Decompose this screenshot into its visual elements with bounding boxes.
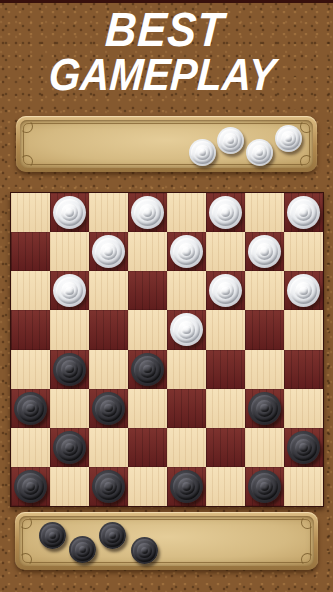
white-man-glyph: ⛀ — [299, 208, 308, 217]
white-man-glyph: ⛀ — [199, 149, 206, 156]
board-square[interactable] — [11, 310, 50, 349]
board-square[interactable] — [128, 467, 167, 506]
board-square[interactable] — [206, 350, 245, 389]
white-man[interactable]: ⛀ — [287, 274, 320, 307]
white-man[interactable]: ⛀ — [131, 196, 164, 229]
board-square[interactable] — [167, 271, 206, 310]
board-square[interactable]: ⛂ — [89, 389, 128, 428]
board-square[interactable]: ⛂ — [167, 467, 206, 506]
board-square[interactable] — [128, 310, 167, 349]
white-man-glyph: ⛀ — [182, 247, 191, 256]
white-man-glyph: ⛀ — [104, 247, 113, 256]
board-square[interactable] — [128, 232, 167, 271]
white-man-glyph: ⛀ — [285, 135, 292, 142]
black-man-glyph: ⛂ — [260, 482, 269, 491]
board-square[interactable]: ⛂ — [284, 428, 323, 467]
white-man[interactable]: ⛀ — [53, 196, 86, 229]
board-square[interactable] — [89, 193, 128, 232]
board-square[interactable]: ⛀ — [206, 271, 245, 310]
board-square[interactable] — [245, 310, 284, 349]
app-background: BEST GAMEPLAY ⛀⛀⛀⛀ ⛀⛀⛀⛀⛀⛀⛀⛀⛀⛀⛀⛂⛂⛂⛂⛂⛂⛂⛂⛂⛂… — [0, 0, 333, 592]
board-square[interactable]: ⛀ — [245, 232, 284, 271]
board-square[interactable] — [284, 389, 323, 428]
board-square[interactable]: ⛀ — [284, 271, 323, 310]
top-tray: ⛀⛀⛀⛀ — [16, 116, 317, 172]
board-square[interactable]: ⛀ — [128, 193, 167, 232]
board-square[interactable] — [50, 467, 89, 506]
board-square[interactable] — [11, 271, 50, 310]
black-man[interactable]: ⛂ — [131, 353, 164, 386]
white-man-glyph: ⛀ — [227, 137, 234, 144]
board-square[interactable] — [206, 310, 245, 349]
white-man[interactable]: ⛀ — [53, 274, 86, 307]
board-square[interactable]: ⛂ — [50, 350, 89, 389]
black-man[interactable]: ⛂ — [248, 392, 281, 425]
board-square[interactable] — [206, 389, 245, 428]
white-man[interactable]: ⛀ — [170, 313, 203, 346]
board-square[interactable]: ⛀ — [50, 193, 89, 232]
board-square[interactable] — [206, 428, 245, 467]
board-square[interactable] — [128, 271, 167, 310]
black-man: ⛂ — [131, 537, 158, 564]
board-square[interactable] — [128, 389, 167, 428]
white-man: ⛀ — [189, 139, 216, 166]
title-line-1: BEST — [14, 6, 317, 53]
white-man[interactable]: ⛀ — [287, 196, 320, 229]
black-man-glyph: ⛂ — [182, 482, 191, 491]
board-square[interactable] — [50, 389, 89, 428]
white-man-glyph: ⛀ — [65, 287, 74, 296]
board-square[interactable] — [167, 389, 206, 428]
white-man: ⛀ — [246, 139, 273, 166]
black-man[interactable]: ⛂ — [92, 470, 125, 503]
black-man[interactable]: ⛂ — [170, 470, 203, 503]
board-square[interactable] — [245, 193, 284, 232]
board-square[interactable] — [11, 428, 50, 467]
board-square[interactable] — [89, 271, 128, 310]
board-square[interactable] — [245, 350, 284, 389]
black-man-glyph: ⛂ — [49, 532, 56, 539]
board-square[interactable]: ⛀ — [89, 232, 128, 271]
black-man: ⛂ — [39, 522, 66, 549]
board-square[interactable] — [11, 193, 50, 232]
board-square[interactable]: ⛂ — [11, 467, 50, 506]
board-square[interactable]: ⛂ — [128, 350, 167, 389]
black-man[interactable]: ⛂ — [287, 431, 320, 464]
board-square[interactable] — [206, 467, 245, 506]
board-square[interactable] — [50, 310, 89, 349]
board-square[interactable] — [167, 350, 206, 389]
black-man-glyph: ⛂ — [65, 443, 74, 452]
black-man-glyph: ⛂ — [260, 404, 269, 413]
board-square[interactable]: ⛀ — [167, 310, 206, 349]
white-man-glyph: ⛀ — [256, 149, 263, 156]
white-man-glyph: ⛀ — [221, 208, 230, 217]
black-man[interactable]: ⛂ — [248, 470, 281, 503]
black-man-glyph: ⛂ — [104, 404, 113, 413]
white-man[interactable]: ⛀ — [248, 235, 281, 268]
board-square[interactable] — [284, 232, 323, 271]
black-man: ⛂ — [69, 536, 96, 563]
black-man[interactable]: ⛂ — [14, 470, 47, 503]
checkers-board: ⛀⛀⛀⛀⛀⛀⛀⛀⛀⛀⛀⛂⛂⛂⛂⛂⛂⛂⛂⛂⛂⛂ — [10, 192, 324, 507]
board-square[interactable]: ⛂ — [89, 467, 128, 506]
white-man-glyph: ⛀ — [221, 287, 230, 296]
black-man-glyph: ⛂ — [79, 546, 86, 553]
board-square[interactable]: ⛀ — [206, 193, 245, 232]
white-man: ⛀ — [275, 125, 302, 152]
board-square[interactable]: ⛀ — [167, 232, 206, 271]
board-square[interactable] — [128, 428, 167, 467]
white-man: ⛀ — [217, 127, 244, 154]
board-square[interactable] — [284, 467, 323, 506]
board-square[interactable] — [89, 310, 128, 349]
board-square[interactable]: ⛀ — [50, 271, 89, 310]
white-man[interactable]: ⛀ — [209, 274, 242, 307]
board-square[interactable] — [89, 350, 128, 389]
black-man-glyph: ⛂ — [299, 443, 308, 452]
white-man-glyph: ⛀ — [299, 287, 308, 296]
white-man[interactable]: ⛀ — [170, 235, 203, 268]
black-man-glyph: ⛂ — [26, 482, 35, 491]
black-man-glyph: ⛂ — [141, 547, 148, 554]
board-square[interactable] — [11, 232, 50, 271]
board-square[interactable] — [11, 350, 50, 389]
board-square[interactable] — [284, 350, 323, 389]
black-man-glyph: ⛂ — [26, 404, 35, 413]
board-square[interactable] — [284, 310, 323, 349]
white-man[interactable]: ⛀ — [209, 196, 242, 229]
page-title: BEST GAMEPLAY — [11, 6, 316, 97]
board-square[interactable]: ⛂ — [245, 467, 284, 506]
black-man[interactable]: ⛂ — [14, 392, 47, 425]
black-man-glyph: ⛂ — [143, 365, 152, 374]
black-man[interactable]: ⛂ — [53, 353, 86, 386]
board-square[interactable]: ⛂ — [50, 428, 89, 467]
white-man-glyph: ⛀ — [65, 208, 74, 217]
black-man-glyph: ⛂ — [65, 365, 74, 374]
board-square[interactable] — [89, 428, 128, 467]
board-square[interactable] — [245, 271, 284, 310]
bottom-tray: ⛂⛂⛂⛂ — [15, 512, 318, 570]
black-man: ⛂ — [99, 522, 126, 549]
black-man-glyph: ⛂ — [104, 482, 113, 491]
white-man-glyph: ⛀ — [260, 247, 269, 256]
white-man[interactable]: ⛀ — [92, 235, 125, 268]
board-square[interactable] — [167, 193, 206, 232]
board-square[interactable] — [50, 232, 89, 271]
black-man-glyph: ⛂ — [109, 532, 116, 539]
white-man-glyph: ⛀ — [182, 326, 191, 335]
board-square[interactable]: ⛂ — [245, 389, 284, 428]
board-square[interactable] — [206, 232, 245, 271]
board-square[interactable] — [167, 428, 206, 467]
black-man[interactable]: ⛂ — [92, 392, 125, 425]
board-square[interactable]: ⛀ — [284, 193, 323, 232]
white-man-glyph: ⛀ — [143, 208, 152, 217]
board-square[interactable]: ⛂ — [11, 389, 50, 428]
board-square[interactable] — [245, 428, 284, 467]
title-line-2: GAMEPLAY — [11, 53, 313, 97]
black-man[interactable]: ⛂ — [53, 431, 86, 464]
